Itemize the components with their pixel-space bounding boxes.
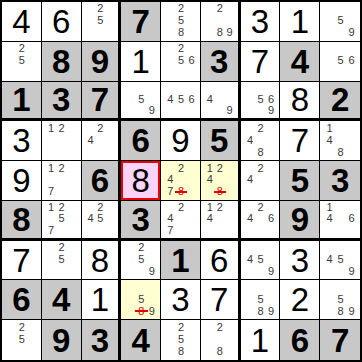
candidate-5: 5 (95, 15, 105, 27)
solved-digit: 3 (12, 124, 30, 157)
candidate-grid: 258 (161, 320, 200, 360)
cell-r6c8[interactable]: 9 (280, 201, 320, 241)
solved-digit: 6 (210, 244, 228, 277)
cell-r7c3[interactable]: 8 (82, 241, 122, 281)
candidate-7: 7 (165, 224, 176, 235)
cell-r3c6[interactable]: 49 (201, 82, 241, 122)
candidate-grid: 127 (42, 161, 81, 200)
candidate-2: 2 (176, 3, 187, 15)
cell-r7c7[interactable]: 459 (241, 241, 281, 281)
given-digit: 7 (331, 324, 349, 357)
solved-digit: 3 (291, 244, 309, 277)
candidate-5: 5 (255, 293, 266, 305)
candidate-2: 2 (56, 122, 67, 134)
candidate-8: 8 (255, 305, 266, 317)
cell-r8c4[interactable]: 589 (121, 280, 161, 320)
cell-r4c1[interactable]: 3 (2, 121, 42, 161)
cell-r6c6[interactable]: 124 (201, 201, 241, 241)
cell-r9c9[interactable]: 7 (320, 320, 360, 360)
candidate-4: 4 (245, 213, 256, 224)
candidate-4: 4 (165, 213, 176, 224)
cell-r2c5[interactable]: 256 (161, 42, 201, 82)
candidate-2: 2 (95, 3, 105, 15)
candidate-4: 4 (324, 134, 335, 146)
solved-digit: 7 (210, 283, 228, 316)
given-digit: 1 (12, 83, 30, 116)
candidate-4: 4 (245, 134, 256, 146)
cell-r4c7[interactable]: 248 (241, 121, 281, 161)
solved-digit: 7 (251, 45, 269, 78)
candidate-5: 5 (95, 213, 105, 224)
candidate-grid: 56 (320, 42, 360, 81)
candidate-grid: 49 (201, 82, 238, 119)
cell-r2c1[interactable]: 25 (2, 42, 42, 82)
candidate-2: 2 (17, 43, 28, 55)
candidate-grid: 28 (201, 320, 238, 360)
cell-r4c5[interactable]: 9 (161, 121, 201, 161)
candidate-grid: 246 (241, 201, 280, 238)
candidate-grid: 245 (82, 201, 119, 238)
candidate-2: 2 (255, 162, 266, 174)
candidate-grid: 124 (201, 201, 238, 238)
candidate-5: 5 (176, 15, 187, 27)
candidate-8: 8 (335, 305, 346, 317)
candidate-grid: 59 (121, 82, 160, 119)
candidate-5: 5 (176, 55, 187, 67)
cell-r5c4[interactable]: 8 (121, 161, 161, 201)
solved-digit: 1 (132, 45, 150, 78)
candidate-grid: 589 (241, 280, 280, 319)
given-digit: 4 (132, 324, 150, 357)
solved-digit: 7 (12, 244, 30, 277)
cell-r5c9[interactable]: 3 (320, 161, 360, 201)
candidate-5: 5 (255, 254, 266, 266)
cell-r5c6[interactable]: 1248 (201, 161, 241, 201)
solved-digit: 9 (12, 164, 30, 197)
cell-r9c6[interactable]: 28 (201, 320, 241, 360)
candidate-grid: 589 (320, 280, 360, 319)
candidate-5: 5 (136, 293, 147, 305)
given-digit: 7 (132, 5, 150, 38)
candidate-2: 2 (56, 162, 67, 174)
candidate-1: 1 (46, 162, 57, 174)
cell-r5c5[interactable]: 2478 (161, 161, 201, 201)
cell-r8c1[interactable]: 6 (2, 280, 42, 320)
cell-r6c1[interactable]: 8 (2, 201, 42, 241)
cell-r9c4[interactable]: 4 (121, 320, 161, 360)
candidate-4: 4 (324, 213, 335, 224)
solved-digit: 9 (171, 124, 189, 157)
candidate-grid: 459 (241, 241, 280, 280)
candidate-grid: 248 (241, 121, 280, 160)
candidate-8-eliminated: 8 (215, 186, 225, 198)
candidate-8-eliminated: 8 (136, 305, 147, 317)
solved-digit: 4 (12, 5, 30, 38)
candidate-2: 2 (95, 122, 105, 134)
cell-r6c5[interactable]: 247 (161, 201, 201, 241)
cell-r9c5[interactable]: 258 (161, 320, 201, 360)
solved-digit: 2 (291, 283, 309, 316)
cell-r6c2[interactable]: 1257 (42, 201, 82, 241)
candidate-grid: 25 (2, 320, 41, 360)
candidate-grid: 589 (121, 280, 160, 319)
cell-r2c7[interactable]: 7 (241, 42, 281, 82)
candidate-2: 2 (255, 202, 266, 213)
candidate-grid: 289 (201, 2, 238, 41)
cell-r8c5[interactable]: 3 (161, 280, 201, 320)
cell-r1c6[interactable]: 289 (201, 2, 241, 42)
candidate-8: 8 (255, 146, 266, 158)
cell-r8c7[interactable]: 589 (241, 280, 281, 320)
given-digit: 5 (291, 164, 309, 197)
candidate-6: 6 (266, 213, 277, 224)
candidate-6: 6 (186, 55, 197, 67)
solved-digit: 1 (91, 283, 109, 316)
candidate-9: 9 (147, 266, 158, 278)
candidate-2: 2 (215, 162, 225, 174)
cell-r4c9[interactable]: 148 (320, 121, 360, 161)
cell-r7c4[interactable]: 259 (121, 241, 161, 281)
cell-r5c7[interactable]: 24 (241, 161, 281, 201)
cell-r4c6[interactable]: 5 (201, 121, 241, 161)
candidate-9: 9 (266, 266, 277, 278)
candidate-6: 6 (346, 213, 357, 224)
candidate-9: 9 (346, 305, 357, 317)
given-digit: 8 (52, 45, 70, 78)
candidate-9: 9 (266, 305, 277, 317)
given-digit: 9 (291, 203, 309, 236)
cell-r5c1[interactable]: 9 (2, 161, 42, 201)
cell-r3c4[interactable]: 59 (121, 82, 161, 122)
cell-r7c6[interactable]: 6 (201, 241, 241, 281)
candidate-1: 1 (46, 122, 57, 134)
candidate-grid: 258 (161, 2, 200, 41)
cell-r4c8[interactable]: 7 (280, 121, 320, 161)
candidate-grid: 146 (320, 201, 360, 238)
cell-r1c4[interactable]: 7 (121, 2, 161, 42)
given-digit: 4 (52, 283, 70, 316)
candidate-2: 2 (255, 122, 266, 134)
cell-r9c3[interactable]: 3 (82, 320, 122, 360)
cell-r6c3[interactable]: 245 (82, 201, 122, 241)
candidate-5: 5 (335, 254, 346, 266)
candidate-grid: 459 (320, 241, 360, 280)
candidate-5: 5 (335, 15, 346, 27)
solved-digit: 6 (52, 5, 70, 38)
cell-r1c7[interactable]: 3 (241, 2, 281, 42)
cell-r4c2[interactable]: 12 (42, 121, 82, 161)
candidate-5: 5 (176, 94, 187, 105)
cell-r1c5[interactable]: 258 (161, 2, 201, 42)
candidate-grid: 24 (82, 121, 119, 160)
cell-r2c8[interactable]: 4 (280, 42, 320, 82)
candidate-grid: 456 (161, 82, 200, 119)
given-digit: 6 (91, 164, 109, 197)
cell-r7c2[interactable]: 25 (42, 241, 82, 281)
solved-digit: 8 (91, 244, 109, 277)
candidate-9: 9 (266, 105, 277, 116)
candidate-6: 6 (346, 55, 357, 67)
candidate-5: 5 (17, 333, 28, 345)
cell-r9c8[interactable]: 6 (280, 320, 320, 360)
sudoku-board: 4625725828931592589125637456137594564956… (0, 0, 362, 362)
candidate-8: 8 (176, 27, 187, 39)
candidate-1: 1 (324, 122, 335, 134)
candidate-5: 5 (56, 254, 67, 266)
candidate-2: 2 (176, 202, 187, 213)
candidate-5: 5 (335, 55, 346, 67)
candidate-4: 4 (86, 134, 96, 146)
candidate-9: 9 (147, 105, 158, 116)
cell-r9c2[interactable]: 9 (42, 320, 82, 360)
candidate-9: 9 (225, 27, 235, 39)
candidate-6: 6 (186, 94, 197, 105)
candidate-grid: 1257 (42, 201, 81, 238)
cell-r3c1[interactable]: 1 (2, 82, 42, 122)
cell-r7c5[interactable]: 1 (161, 241, 201, 281)
candidate-8: 8 (215, 346, 225, 358)
cell-r3c2[interactable]: 3 (42, 82, 82, 122)
candidate-1: 1 (46, 202, 57, 213)
candidate-9: 9 (147, 305, 158, 317)
candidate-grid: 25 (82, 2, 119, 41)
candidate-5: 5 (136, 94, 147, 105)
given-digit: 3 (132, 203, 150, 236)
candidate-5: 5 (176, 333, 187, 345)
cell-r3c9[interactable]: 2 (320, 82, 360, 122)
given-digit: 9 (52, 324, 70, 357)
candidate-5: 5 (17, 55, 28, 67)
candidate-5: 5 (56, 213, 67, 224)
given-digit: 5 (210, 124, 228, 157)
given-digit: 6 (291, 324, 309, 357)
cell-r5c8[interactable]: 5 (280, 161, 320, 201)
given-digit: 8 (12, 203, 30, 236)
candidate-4: 4 (205, 94, 215, 105)
given-digit: 3 (91, 324, 109, 357)
candidate-grid: 256 (161, 42, 200, 81)
candidate-4: 4 (165, 94, 176, 105)
cell-r8c3[interactable]: 1 (82, 280, 122, 320)
candidate-grid: 1248 (201, 161, 238, 200)
candidate-2: 2 (56, 242, 67, 254)
solved-digit: 1 (291, 5, 309, 38)
cell-r3c7[interactable]: 569 (241, 82, 281, 122)
candidate-8: 8 (176, 346, 187, 358)
cell-r1c2[interactable]: 6 (42, 2, 82, 42)
candidate-grid: 24 (241, 161, 280, 200)
given-digit: 1 (171, 244, 189, 277)
cell-r2c6[interactable]: 3 (201, 42, 241, 82)
candidate-1: 1 (205, 162, 215, 174)
candidate-2: 2 (215, 321, 225, 333)
cell-r2c4[interactable]: 1 (121, 42, 161, 82)
solved-digit: 8 (291, 83, 309, 116)
candidate-grid: 259 (121, 241, 160, 280)
candidate-4: 4 (205, 213, 215, 224)
candidate-2: 2 (215, 3, 225, 15)
candidate-grid: 59 (320, 2, 360, 41)
cell-r2c2[interactable]: 8 (42, 42, 82, 82)
candidate-2: 2 (176, 162, 187, 174)
candidate-4: 4 (245, 174, 256, 186)
candidate-9: 9 (346, 27, 357, 39)
candidate-4: 4 (324, 254, 335, 266)
cell-r9c1[interactable]: 25 (2, 320, 42, 360)
cell-r8c6[interactable]: 7 (201, 280, 241, 320)
solved-digit: 3 (171, 283, 189, 316)
cell-r1c3[interactable]: 25 (82, 2, 122, 42)
solved-digit: 7 (291, 124, 309, 157)
candidate-8: 8 (335, 146, 346, 158)
candidate-9: 9 (346, 266, 357, 278)
given-digit: 3 (210, 45, 228, 78)
candidate-4: 4 (205, 174, 215, 186)
given-digit: 2 (331, 83, 349, 116)
candidate-2: 2 (215, 202, 225, 213)
candidate-grid: 12 (42, 121, 81, 160)
candidate-8: 8 (215, 27, 225, 39)
cell-r7c9[interactable]: 459 (320, 241, 360, 281)
cell-r6c4[interactable]: 3 (121, 201, 161, 241)
candidate-grid: 2478 (161, 161, 200, 200)
given-digit: 6 (132, 124, 150, 157)
cell-r7c8[interactable]: 3 (280, 241, 320, 281)
solved-digit: 8 (132, 164, 150, 197)
cell-r8c2[interactable]: 4 (42, 280, 82, 320)
cell-r7c1[interactable]: 7 (2, 241, 42, 281)
solved-digit: 3 (251, 5, 269, 38)
cell-r6c9[interactable]: 146 (320, 201, 360, 241)
cell-r1c1[interactable]: 4 (2, 2, 42, 42)
cell-r4c4[interactable]: 6 (121, 121, 161, 161)
cell-r8c8[interactable]: 2 (280, 280, 320, 320)
candidate-grid: 569 (241, 82, 280, 119)
candidate-8-eliminated: 8 (176, 186, 187, 198)
cell-r9c7[interactable]: 1 (241, 320, 281, 360)
candidate-grid: 148 (320, 121, 360, 160)
cell-r3c8[interactable]: 8 (280, 82, 320, 122)
cell-r2c9[interactable]: 56 (320, 42, 360, 82)
given-digit: 4 (291, 45, 309, 78)
candidate-5: 5 (335, 293, 346, 305)
candidate-grid: 25 (2, 42, 41, 81)
cell-r5c3[interactable]: 6 (82, 161, 122, 201)
cell-r3c3[interactable]: 7 (82, 82, 122, 122)
cell-r1c8[interactable]: 1 (280, 2, 320, 42)
candidate-4: 4 (86, 213, 96, 224)
candidate-2: 2 (176, 321, 187, 333)
cell-r3c5[interactable]: 456 (161, 82, 201, 122)
candidate-5: 5 (136, 254, 147, 266)
cell-r2c3[interactable]: 9 (82, 42, 122, 82)
candidate-grid: 247 (161, 201, 200, 238)
candidate-7: 7 (46, 224, 57, 235)
given-digit: 3 (331, 164, 349, 197)
cell-r1c9[interactable]: 59 (320, 2, 360, 42)
candidate-4: 4 (245, 254, 256, 266)
given-digit: 9 (91, 45, 109, 78)
candidate-7: 7 (46, 186, 57, 198)
candidate-2: 2 (17, 321, 28, 333)
candidate-5: 5 (255, 94, 266, 105)
given-digit: 6 (12, 283, 30, 316)
candidate-2: 2 (136, 242, 147, 254)
candidate-4: 4 (165, 174, 176, 186)
cell-r5c2[interactable]: 127 (42, 161, 82, 201)
candidate-grid: 25 (42, 241, 81, 280)
cell-r4c3[interactable]: 24 (82, 121, 122, 161)
cell-r8c9[interactable]: 589 (320, 280, 360, 320)
cell-r6c7[interactable]: 246 (241, 201, 281, 241)
candidate-9: 9 (225, 105, 235, 116)
given-digit: 3 (52, 83, 70, 116)
given-digit: 7 (91, 83, 109, 116)
candidate-2: 2 (176, 43, 187, 55)
solved-digit: 1 (251, 324, 269, 357)
